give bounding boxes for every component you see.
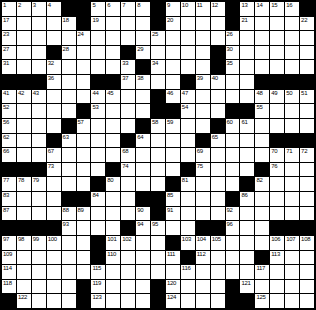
cell-r3c1[interactable]: 23 <box>2 31 16 45</box>
cell-r21c2[interactable]: 122 <box>17 294 31 308</box>
cell-r19c9[interactable] <box>121 265 135 279</box>
cell-r9c16[interactable]: 60 <box>226 119 240 133</box>
cell-r17c19[interactable]: 106 <box>270 236 284 250</box>
cell-r3c15[interactable] <box>211 31 225 45</box>
cell-r16c16[interactable]: 96 <box>226 221 240 235</box>
cell-r3c17[interactable] <box>240 31 254 45</box>
cell-r14c18[interactable] <box>255 192 269 206</box>
cell-r12c20[interactable] <box>285 163 299 177</box>
cell-r8c20[interactable] <box>285 104 299 118</box>
cell-r17c4[interactable]: 100 <box>47 236 61 250</box>
cell-r12c21[interactable] <box>300 163 314 177</box>
cell-r7c19[interactable]: 49 <box>270 90 284 104</box>
cell-r21c9[interactable] <box>121 294 135 308</box>
cell-r20c15[interactable] <box>211 280 225 294</box>
cell-r20c20[interactable] <box>285 280 299 294</box>
cell-r3c14[interactable] <box>196 31 210 45</box>
cell-r16c18[interactable] <box>255 221 269 235</box>
cell-r10c17[interactable] <box>240 134 254 148</box>
cell-r21c21[interactable] <box>300 294 314 308</box>
cell-r2c2[interactable] <box>17 17 31 31</box>
cell-r17c6[interactable] <box>77 236 91 250</box>
cell-r2c13[interactable] <box>181 17 195 31</box>
cell-r6c4[interactable]: 36 <box>47 75 61 89</box>
cell-r13c20[interactable] <box>285 177 299 191</box>
cell-r8c19[interactable] <box>270 104 284 118</box>
cell-r19c12[interactable] <box>166 265 180 279</box>
cell-r2c9[interactable] <box>121 17 135 31</box>
cell-r17c15[interactable]: 105 <box>211 236 225 250</box>
cell-r10c11[interactable] <box>151 134 165 148</box>
cell-r20c19[interactable] <box>270 280 284 294</box>
cell-r16c7[interactable] <box>91 221 105 235</box>
cell-r1c3[interactable]: 3 <box>32 2 46 16</box>
cell-r6c11[interactable] <box>151 75 165 89</box>
cell-r3c12[interactable] <box>166 31 180 45</box>
cell-r13c1[interactable]: 77 <box>2 177 16 191</box>
cell-r1c9[interactable]: 7 <box>121 2 135 16</box>
cell-r7c7[interactable]: 44 <box>91 90 105 104</box>
cell-r3c10[interactable] <box>136 31 150 45</box>
cell-r5c21[interactable] <box>300 60 314 74</box>
cell-r17c14[interactable]: 104 <box>196 236 210 250</box>
cell-r4c1[interactable]: 27 <box>2 46 16 60</box>
cell-r11c7[interactable] <box>91 148 105 162</box>
cell-r4c21[interactable] <box>300 46 314 60</box>
cell-r20c14[interactable] <box>196 280 210 294</box>
cell-r18c11[interactable] <box>151 251 165 265</box>
cell-r13c8[interactable]: 80 <box>106 177 120 191</box>
cell-r10c3[interactable] <box>32 134 46 148</box>
cell-r20c10[interactable] <box>136 280 150 294</box>
cell-r1c1[interactable]: 1 <box>2 2 16 16</box>
cell-r8c18[interactable]: 55 <box>255 104 269 118</box>
cell-r3c2[interactable] <box>17 31 31 45</box>
cell-r13c5[interactable] <box>62 177 76 191</box>
cell-r5c1[interactable]: 31 <box>2 60 16 74</box>
cell-r8c1[interactable]: 52 <box>2 104 16 118</box>
cell-r11c2[interactable] <box>17 148 31 162</box>
cell-r3c3[interactable] <box>32 31 46 45</box>
cell-r5c9[interactable]: 33 <box>121 60 135 74</box>
cell-r15c9[interactable] <box>121 207 135 221</box>
cell-r19c17[interactable] <box>240 265 254 279</box>
cell-r1c19[interactable]: 15 <box>270 2 284 16</box>
cell-r2c17[interactable]: 21 <box>240 17 254 31</box>
cell-r15c20[interactable] <box>285 207 299 221</box>
cell-r8c2[interactable] <box>17 104 31 118</box>
cell-r2c15[interactable] <box>211 17 225 31</box>
cell-r4c8[interactable] <box>106 46 120 60</box>
cell-r10c1[interactable]: 62 <box>2 134 16 148</box>
cell-r18c12[interactable]: 111 <box>166 251 180 265</box>
cell-r17c2[interactable]: 98 <box>17 236 31 250</box>
cell-r4c11[interactable] <box>151 46 165 60</box>
cell-r15c14[interactable] <box>196 207 210 221</box>
cell-r1c15[interactable]: 12 <box>211 2 225 16</box>
cell-r15c5[interactable]: 88 <box>62 207 76 221</box>
cell-r14c13[interactable] <box>181 192 195 206</box>
cell-r4c19[interactable] <box>270 46 284 60</box>
cell-r5c2[interactable] <box>17 60 31 74</box>
cell-r15c17[interactable] <box>240 207 254 221</box>
cell-r4c18[interactable] <box>255 46 269 60</box>
cell-r13c10[interactable] <box>136 177 150 191</box>
cell-r5c17[interactable] <box>240 60 254 74</box>
cell-r7c6[interactable] <box>77 90 91 104</box>
cell-r18c5[interactable] <box>62 251 76 265</box>
cell-r20c12[interactable]: 120 <box>166 280 180 294</box>
cell-r17c10[interactable] <box>136 236 150 250</box>
cell-r17c3[interactable]: 99 <box>32 236 46 250</box>
cell-r1c17[interactable]: 13 <box>240 2 254 16</box>
cell-r5c7[interactable] <box>91 60 105 74</box>
cell-r9c2[interactable] <box>17 119 31 133</box>
cell-r5c16[interactable]: 35 <box>226 60 240 74</box>
cell-r17c9[interactable]: 102 <box>121 236 135 250</box>
cell-r12c5[interactable] <box>62 163 76 177</box>
cell-r19c7[interactable]: 115 <box>91 265 105 279</box>
cell-r1c10[interactable]: 8 <box>136 2 150 16</box>
cell-r2c14[interactable] <box>196 17 210 31</box>
cell-r20c21[interactable] <box>300 280 314 294</box>
cell-r16c12[interactable] <box>166 221 180 235</box>
cell-r8c13[interactable]: 54 <box>181 104 195 118</box>
cell-r11c10[interactable] <box>136 148 150 162</box>
cell-r5c18[interactable] <box>255 60 269 74</box>
cell-r18c4[interactable] <box>47 251 61 265</box>
cell-r20c8[interactable] <box>106 280 120 294</box>
cell-r19c21[interactable] <box>300 265 314 279</box>
cell-r4c10[interactable]: 29 <box>136 46 150 60</box>
cell-r13c18[interactable]: 82 <box>255 177 269 191</box>
cell-r5c11[interactable]: 34 <box>151 60 165 74</box>
cell-r21c12[interactable]: 124 <box>166 294 180 308</box>
cell-r7c21[interactable]: 51 <box>300 90 314 104</box>
cell-r18c10[interactable] <box>136 251 150 265</box>
cell-r11c17[interactable] <box>240 148 254 162</box>
cell-r9c19[interactable] <box>270 119 284 133</box>
cell-r8c7[interactable]: 53 <box>91 104 105 118</box>
cell-r13c16[interactable] <box>226 177 240 191</box>
cell-r13c9[interactable] <box>121 177 135 191</box>
cell-r12c14[interactable]: 75 <box>196 163 210 177</box>
cell-r11c21[interactable]: 72 <box>300 148 314 162</box>
cell-r8c5[interactable] <box>62 104 76 118</box>
cell-r2c1[interactable]: 17 <box>2 17 16 31</box>
cell-r4c16[interactable]: 30 <box>226 46 240 60</box>
cell-r13c11[interactable] <box>151 177 165 191</box>
cell-r9c6[interactable]: 57 <box>77 119 91 133</box>
cell-r18c2[interactable] <box>17 251 31 265</box>
cell-r11c3[interactable] <box>32 148 46 162</box>
cell-r19c1[interactable]: 114 <box>2 265 16 279</box>
cell-r12c9[interactable]: 74 <box>121 163 135 177</box>
cell-r4c17[interactable] <box>240 46 254 60</box>
cell-r6c16[interactable] <box>226 75 240 89</box>
cell-r17c1[interactable]: 97 <box>2 236 16 250</box>
cell-r2c12[interactable]: 20 <box>166 17 180 31</box>
cell-r21c8[interactable] <box>106 294 120 308</box>
cell-r18c8[interactable]: 110 <box>106 251 120 265</box>
cell-r6c15[interactable]: 40 <box>211 75 225 89</box>
cell-r13c4[interactable] <box>47 177 61 191</box>
cell-r10c8[interactable] <box>106 134 120 148</box>
cell-r17c16[interactable] <box>226 236 240 250</box>
cell-r21c14[interactable] <box>196 294 210 308</box>
cell-r19c19[interactable] <box>270 265 284 279</box>
cell-r14c8[interactable] <box>106 192 120 206</box>
cell-r2c8[interactable] <box>106 17 120 31</box>
cell-r2c5[interactable]: 18 <box>62 17 76 31</box>
cell-r3c21[interactable] <box>300 31 314 45</box>
cell-r6c17[interactable] <box>240 75 254 89</box>
cell-r11c15[interactable] <box>211 148 225 162</box>
cell-r11c16[interactable] <box>226 148 240 162</box>
cell-r12c15[interactable] <box>211 163 225 177</box>
cell-r4c20[interactable] <box>285 46 299 60</box>
cell-r3c16[interactable]: 26 <box>226 31 240 45</box>
cell-r5c6[interactable] <box>77 60 91 74</box>
cell-r14c19[interactable] <box>270 192 284 206</box>
cell-r1c18[interactable]: 14 <box>255 2 269 16</box>
cell-r4c3[interactable] <box>32 46 46 60</box>
cell-r17c8[interactable]: 101 <box>106 236 120 250</box>
cell-r16c8[interactable] <box>106 221 120 235</box>
cell-r7c17[interactable] <box>240 90 254 104</box>
cell-r11c14[interactable]: 69 <box>196 148 210 162</box>
cell-r19c15[interactable] <box>211 265 225 279</box>
cell-r5c13[interactable] <box>181 60 195 74</box>
cell-r9c21[interactable] <box>300 119 314 133</box>
cell-r18c3[interactable] <box>32 251 46 265</box>
cell-r1c12[interactable]: 9 <box>166 2 180 16</box>
cell-r10c7[interactable] <box>91 134 105 148</box>
cell-r14c2[interactable] <box>17 192 31 206</box>
cell-r17c17[interactable] <box>240 236 254 250</box>
cell-r16c17[interactable] <box>240 221 254 235</box>
cell-r14c14[interactable] <box>196 192 210 206</box>
cell-r19c8[interactable] <box>106 265 120 279</box>
cell-r9c3[interactable] <box>32 119 46 133</box>
cell-r4c6[interactable] <box>77 46 91 60</box>
cell-r12c7[interactable] <box>91 163 105 177</box>
cell-r18c21[interactable] <box>300 251 314 265</box>
cell-r20c2[interactable] <box>17 280 31 294</box>
cell-r12c16[interactable] <box>226 163 240 177</box>
cell-r19c6[interactable] <box>77 265 91 279</box>
cell-r7c14[interactable] <box>196 90 210 104</box>
cell-r18c9[interactable] <box>121 251 135 265</box>
cell-r15c4[interactable] <box>47 207 61 221</box>
cell-r20c18[interactable] <box>255 280 269 294</box>
cell-r8c4[interactable] <box>47 104 61 118</box>
cell-r16c10[interactable]: 94 <box>136 221 150 235</box>
cell-r15c15[interactable] <box>211 207 225 221</box>
cell-r19c3[interactable] <box>32 265 46 279</box>
cell-r15c21[interactable] <box>300 207 314 221</box>
cell-r11c4[interactable]: 67 <box>47 148 61 162</box>
cell-r19c13[interactable]: 116 <box>181 265 195 279</box>
cell-r9c13[interactable] <box>181 119 195 133</box>
cell-r1c2[interactable]: 2 <box>17 2 31 16</box>
cell-r9c8[interactable] <box>106 119 120 133</box>
cell-r19c5[interactable] <box>62 265 76 279</box>
cell-r9c7[interactable] <box>91 119 105 133</box>
cell-r12c19[interactable]: 76 <box>270 163 284 177</box>
cell-r3c20[interactable] <box>285 31 299 45</box>
cell-r10c5[interactable]: 63 <box>62 134 76 148</box>
cell-r6c10[interactable]: 38 <box>136 75 150 89</box>
cell-r18c15[interactable] <box>211 251 225 265</box>
cell-r12c4[interactable]: 73 <box>47 163 61 177</box>
cell-r4c12[interactable] <box>166 46 180 60</box>
cell-r3c19[interactable] <box>270 31 284 45</box>
cell-r5c8[interactable] <box>106 60 120 74</box>
cell-r6c12[interactable] <box>166 75 180 89</box>
cell-r7c3[interactable]: 43 <box>32 90 46 104</box>
cell-r15c1[interactable]: 87 <box>2 207 16 221</box>
cell-r7c2[interactable]: 42 <box>17 90 31 104</box>
cell-r17c11[interactable] <box>151 236 165 250</box>
cell-r7c12[interactable]: 46 <box>166 90 180 104</box>
cell-r15c2[interactable] <box>17 207 31 221</box>
cell-r9c11[interactable]: 58 <box>151 119 165 133</box>
cell-r3c4[interactable] <box>47 31 61 45</box>
cell-r15c18[interactable] <box>255 207 269 221</box>
cell-r18c19[interactable]: 113 <box>270 251 284 265</box>
cell-r3c8[interactable] <box>106 31 120 45</box>
cell-r8c21[interactable] <box>300 104 314 118</box>
cell-r9c12[interactable]: 59 <box>166 119 180 133</box>
cell-r2c3[interactable] <box>32 17 46 31</box>
cell-r12c17[interactable] <box>240 163 254 177</box>
cell-r8c15[interactable] <box>211 104 225 118</box>
cell-r2c4[interactable] <box>47 17 61 31</box>
cell-r5c5[interactable] <box>62 60 76 74</box>
cell-r19c10[interactable] <box>136 265 150 279</box>
cell-r7c10[interactable] <box>136 90 150 104</box>
cell-r11c1[interactable]: 66 <box>2 148 16 162</box>
cell-r15c8[interactable] <box>106 207 120 221</box>
cell-r3c9[interactable] <box>121 31 135 45</box>
cell-r9c1[interactable]: 56 <box>2 119 16 133</box>
cell-r9c17[interactable]: 61 <box>240 119 254 133</box>
cell-r10c6[interactable] <box>77 134 91 148</box>
cell-r1c20[interactable]: 16 <box>285 2 299 16</box>
cell-r21c18[interactable]: 125 <box>255 294 269 308</box>
cell-r18c6[interactable] <box>77 251 91 265</box>
cell-r18c17[interactable] <box>240 251 254 265</box>
cell-r17c18[interactable] <box>255 236 269 250</box>
cell-r21c10[interactable] <box>136 294 150 308</box>
cell-r6c5[interactable] <box>62 75 76 89</box>
cell-r10c2[interactable] <box>17 134 31 148</box>
cell-r11c13[interactable] <box>181 148 195 162</box>
cell-r20c1[interactable]: 118 <box>2 280 16 294</box>
cell-r14c17[interactable]: 86 <box>240 192 254 206</box>
cell-r5c19[interactable] <box>270 60 284 74</box>
cell-r21c5[interactable] <box>62 294 76 308</box>
cell-r16c5[interactable]: 93 <box>62 221 76 235</box>
cell-r1c13[interactable]: 10 <box>181 2 195 16</box>
cell-r18c16[interactable] <box>226 251 240 265</box>
cell-r6c9[interactable]: 37 <box>121 75 135 89</box>
cell-r13c3[interactable]: 79 <box>32 177 46 191</box>
cell-r1c14[interactable]: 11 <box>196 2 210 16</box>
cell-r19c16[interactable] <box>226 265 240 279</box>
cell-r14c3[interactable] <box>32 192 46 206</box>
cell-r2c20[interactable] <box>285 17 299 31</box>
cell-r18c14[interactable]: 112 <box>196 251 210 265</box>
cell-r13c13[interactable]: 81 <box>181 177 195 191</box>
cell-r12c10[interactable] <box>136 163 150 177</box>
cell-r21c19[interactable] <box>270 294 284 308</box>
cell-r14c1[interactable]: 83 <box>2 192 16 206</box>
cell-r18c1[interactable]: 109 <box>2 251 16 265</box>
cell-r14c12[interactable]: 85 <box>166 192 180 206</box>
cell-r7c16[interactable] <box>226 90 240 104</box>
cell-r15c13[interactable] <box>181 207 195 221</box>
cell-r15c7[interactable] <box>91 207 105 221</box>
cell-r3c18[interactable] <box>255 31 269 45</box>
cell-r21c3[interactable] <box>32 294 46 308</box>
cell-r14c20[interactable] <box>285 192 299 206</box>
cell-r11c11[interactable] <box>151 148 165 162</box>
cell-r3c13[interactable] <box>181 31 195 45</box>
cell-r20c3[interactable] <box>32 280 46 294</box>
cell-r6c6[interactable] <box>77 75 91 89</box>
cell-r2c21[interactable]: 22 <box>300 17 314 31</box>
cell-r5c20[interactable] <box>285 60 299 74</box>
cell-r20c4[interactable] <box>47 280 61 294</box>
cell-r10c13[interactable] <box>181 134 195 148</box>
cell-r1c8[interactable]: 6 <box>106 2 120 16</box>
cell-r4c5[interactable]: 28 <box>62 46 76 60</box>
cell-r9c14[interactable] <box>196 119 210 133</box>
cell-r5c3[interactable] <box>32 60 46 74</box>
cell-r15c3[interactable] <box>32 207 46 221</box>
cell-r10c16[interactable] <box>226 134 240 148</box>
cell-r9c4[interactable] <box>47 119 61 133</box>
cell-r9c9[interactable] <box>121 119 135 133</box>
cell-r14c9[interactable] <box>121 192 135 206</box>
cell-r13c15[interactable] <box>211 177 225 191</box>
cell-r14c4[interactable] <box>47 192 61 206</box>
cell-r20c9[interactable] <box>121 280 135 294</box>
cell-r16c13[interactable] <box>181 221 195 235</box>
cell-r12c6[interactable] <box>77 163 91 177</box>
cell-r3c7[interactable] <box>91 31 105 45</box>
cell-r2c19[interactable] <box>270 17 284 31</box>
cell-r16c11[interactable]: 95 <box>151 221 165 235</box>
cell-r10c18[interactable] <box>255 134 269 148</box>
cell-r19c11[interactable] <box>151 265 165 279</box>
cell-r7c13[interactable]: 47 <box>181 90 195 104</box>
cell-r11c12[interactable] <box>166 148 180 162</box>
cell-r7c9[interactable] <box>121 90 135 104</box>
cell-r4c14[interactable] <box>196 46 210 60</box>
cell-r7c8[interactable]: 45 <box>106 90 120 104</box>
cell-r5c14[interactable] <box>196 60 210 74</box>
cell-r20c5[interactable] <box>62 280 76 294</box>
cell-r8c9[interactable] <box>121 104 135 118</box>
cell-r7c20[interactable]: 50 <box>285 90 299 104</box>
cell-r7c4[interactable] <box>47 90 61 104</box>
cell-r14c15[interactable] <box>211 192 225 206</box>
cell-r7c18[interactable]: 48 <box>255 90 269 104</box>
cell-r21c15[interactable] <box>211 294 225 308</box>
